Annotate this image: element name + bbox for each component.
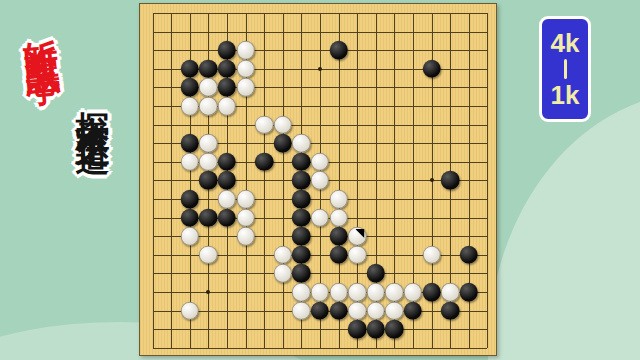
rank-top: 4k (551, 30, 580, 56)
white-stone (236, 208, 255, 227)
white-stone (199, 97, 218, 116)
rank-bottom: 1k (551, 82, 580, 108)
white-stone (180, 153, 199, 172)
black-stone (311, 301, 330, 320)
white-stone (180, 301, 199, 320)
black-stone (255, 153, 274, 172)
white-stone (199, 153, 218, 172)
white-stone (329, 190, 348, 209)
black-stone (218, 208, 237, 227)
grid-line-horizontal (153, 273, 488, 274)
white-stone (441, 283, 460, 302)
black-stone (329, 227, 348, 246)
black-stone (385, 320, 404, 339)
white-stone (273, 264, 292, 283)
black-stone (459, 283, 478, 302)
black-stone (199, 208, 218, 227)
white-stone (366, 301, 385, 320)
black-stone (292, 190, 311, 209)
white-stone (180, 97, 199, 116)
title-black: 探索棋之正道 (76, 85, 110, 121)
grid-line-horizontal (153, 236, 488, 237)
white-stone (329, 283, 348, 302)
grid-line-horizontal (153, 329, 488, 330)
white-stone (311, 153, 330, 172)
white-stone (385, 301, 404, 320)
black-stone (180, 78, 199, 97)
marked-white-stone (348, 227, 367, 246)
black-stone (218, 153, 237, 172)
white-stone (236, 60, 255, 79)
white-stone (329, 208, 348, 227)
last-move-triangle-marker (355, 229, 364, 238)
white-stone (199, 78, 218, 97)
white-stone (218, 190, 237, 209)
video-frame: 斩断实战恶手 探索棋之正道 4k 1k (0, 0, 640, 360)
white-stone (180, 227, 199, 246)
black-stone (348, 320, 367, 339)
black-stone (292, 246, 311, 265)
black-stone (180, 208, 199, 227)
white-stone (385, 283, 404, 302)
black-stone (292, 153, 311, 172)
black-stone (273, 134, 292, 153)
black-stone (292, 264, 311, 283)
black-stone (218, 60, 237, 79)
black-stone (441, 171, 460, 190)
white-stone (311, 208, 330, 227)
white-stone (404, 283, 423, 302)
white-stone (255, 115, 274, 134)
white-stone (292, 301, 311, 320)
black-stone (218, 171, 237, 190)
star-point (206, 290, 210, 294)
star-point (318, 67, 322, 71)
black-stone (366, 264, 385, 283)
black-stone (422, 60, 441, 79)
white-stone (348, 301, 367, 320)
black-stone (180, 60, 199, 79)
white-stone (292, 283, 311, 302)
go-board (139, 3, 497, 356)
black-stone (366, 320, 385, 339)
grid-line-horizontal (153, 348, 488, 349)
black-stone (329, 41, 348, 60)
white-stone (348, 283, 367, 302)
black-stone (199, 60, 218, 79)
white-stone (292, 134, 311, 153)
black-stone (459, 246, 478, 265)
badge-divider (564, 59, 567, 79)
grid-line-horizontal (153, 199, 488, 200)
black-stone (218, 41, 237, 60)
white-stone (273, 246, 292, 265)
grid-line-vertical (487, 13, 488, 348)
white-stone (236, 227, 255, 246)
white-stone (236, 190, 255, 209)
black-stone (292, 208, 311, 227)
white-stone (311, 171, 330, 190)
white-stone (199, 246, 218, 265)
black-stone (292, 171, 311, 190)
background-ellipse-right (488, 92, 640, 360)
white-stone (236, 41, 255, 60)
black-stone (441, 301, 460, 320)
white-stone (273, 115, 292, 134)
black-stone (329, 301, 348, 320)
black-stone (199, 171, 218, 190)
black-stone (404, 301, 423, 320)
black-stone (329, 246, 348, 265)
white-stone (422, 246, 441, 265)
white-stone (199, 134, 218, 153)
white-stone (366, 283, 385, 302)
white-stone (218, 97, 237, 116)
white-stone (348, 246, 367, 265)
star-point (430, 178, 434, 182)
black-stone (180, 190, 199, 209)
black-stone (422, 283, 441, 302)
white-stone (236, 78, 255, 97)
black-stone (292, 227, 311, 246)
rank-badge: 4k 1k (539, 16, 591, 122)
title-red: 斩断实战恶手 (20, 12, 57, 51)
white-stone (311, 283, 330, 302)
black-stone (218, 78, 237, 97)
black-stone (180, 134, 199, 153)
